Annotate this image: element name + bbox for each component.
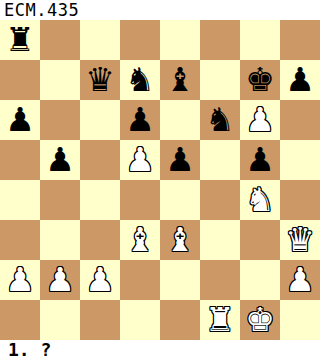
square-e6[interactable] <box>160 100 200 140</box>
move-prompt: 1. ? <box>0 340 320 360</box>
square-f8[interactable] <box>200 20 240 60</box>
square-a4[interactable] <box>0 180 40 220</box>
square-d7[interactable]: ♞ <box>120 60 160 100</box>
square-c3[interactable] <box>80 220 120 260</box>
puzzle-title: ECM.435 <box>0 0 320 20</box>
square-c8[interactable] <box>80 20 120 60</box>
square-h8[interactable] <box>280 20 320 60</box>
black-pawn-h7[interactable]: ♟ <box>285 60 315 100</box>
square-a7[interactable] <box>0 60 40 100</box>
square-f4[interactable] <box>200 180 240 220</box>
white-bishop-d3[interactable]: ♝ <box>125 220 155 260</box>
square-a6[interactable]: ♟ <box>0 100 40 140</box>
square-h2[interactable]: ♟ <box>280 260 320 300</box>
square-a8[interactable]: ♜ <box>0 20 40 60</box>
square-f5[interactable] <box>200 140 240 180</box>
white-pawn-a2[interactable]: ♟ <box>5 260 35 300</box>
square-g3[interactable] <box>240 220 280 260</box>
black-king-g7[interactable]: ♚ <box>245 60 275 100</box>
square-b8[interactable] <box>40 20 80 60</box>
white-pawn-h2[interactable]: ♟ <box>285 260 315 300</box>
square-a3[interactable] <box>0 220 40 260</box>
square-b6[interactable] <box>40 100 80 140</box>
white-pawn-c2[interactable]: ♟ <box>85 260 115 300</box>
square-g4[interactable]: ♞ <box>240 180 280 220</box>
black-pawn-b5[interactable]: ♟ <box>45 140 75 180</box>
white-bishop-e3[interactable]: ♝ <box>165 220 195 260</box>
square-b5[interactable]: ♟ <box>40 140 80 180</box>
square-d5[interactable]: ♟ <box>120 140 160 180</box>
square-c1[interactable] <box>80 300 120 340</box>
square-h3[interactable]: ♛ <box>280 220 320 260</box>
chess-board: ♜♛♞♝♚♟♟♟♞♟♟♟♟♟♞♝♝♛♟♟♟♟♜♚ <box>0 20 320 340</box>
black-knight-d7[interactable]: ♞ <box>125 60 155 100</box>
white-pawn-d5[interactable]: ♟ <box>125 140 155 180</box>
square-d1[interactable] <box>120 300 160 340</box>
square-d3[interactable]: ♝ <box>120 220 160 260</box>
square-g8[interactable] <box>240 20 280 60</box>
square-g2[interactable] <box>240 260 280 300</box>
square-c2[interactable]: ♟ <box>80 260 120 300</box>
square-b1[interactable] <box>40 300 80 340</box>
square-d4[interactable] <box>120 180 160 220</box>
black-queen-c7[interactable]: ♛ <box>85 60 115 100</box>
square-h6[interactable] <box>280 100 320 140</box>
square-b2[interactable]: ♟ <box>40 260 80 300</box>
black-pawn-g5[interactable]: ♟ <box>245 140 275 180</box>
black-pawn-e5[interactable]: ♟ <box>165 140 195 180</box>
square-e1[interactable] <box>160 300 200 340</box>
white-queen-h3[interactable]: ♛ <box>285 220 315 260</box>
square-b3[interactable] <box>40 220 80 260</box>
square-c7[interactable]: ♛ <box>80 60 120 100</box>
square-h7[interactable]: ♟ <box>280 60 320 100</box>
square-h5[interactable] <box>280 140 320 180</box>
square-f7[interactable] <box>200 60 240 100</box>
square-b7[interactable] <box>40 60 80 100</box>
black-rook-a8[interactable]: ♜ <box>5 20 35 60</box>
black-pawn-d6[interactable]: ♟ <box>125 100 155 140</box>
square-f3[interactable] <box>200 220 240 260</box>
square-f6[interactable]: ♞ <box>200 100 240 140</box>
square-a5[interactable] <box>0 140 40 180</box>
square-e5[interactable]: ♟ <box>160 140 200 180</box>
square-f2[interactable] <box>200 260 240 300</box>
square-g5[interactable]: ♟ <box>240 140 280 180</box>
square-e2[interactable] <box>160 260 200 300</box>
square-f1[interactable]: ♜ <box>200 300 240 340</box>
black-bishop-e7[interactable]: ♝ <box>165 60 195 100</box>
square-a2[interactable]: ♟ <box>0 260 40 300</box>
square-e3[interactable]: ♝ <box>160 220 200 260</box>
white-knight-g4[interactable]: ♞ <box>245 180 275 220</box>
square-g7[interactable]: ♚ <box>240 60 280 100</box>
square-c5[interactable] <box>80 140 120 180</box>
square-a1[interactable] <box>0 300 40 340</box>
square-d8[interactable] <box>120 20 160 60</box>
square-c6[interactable] <box>80 100 120 140</box>
chess-puzzle-window: ECM.435 ♜♛♞♝♚♟♟♟♞♟♟♟♟♟♞♝♝♛♟♟♟♟♜♚ 1. ? <box>0 0 320 360</box>
square-g6[interactable]: ♟ <box>240 100 280 140</box>
square-d6[interactable]: ♟ <box>120 100 160 140</box>
square-e7[interactable]: ♝ <box>160 60 200 100</box>
square-b4[interactable] <box>40 180 80 220</box>
white-pawn-g6[interactable]: ♟ <box>245 100 275 140</box>
black-pawn-a6[interactable]: ♟ <box>5 100 35 140</box>
square-h4[interactable] <box>280 180 320 220</box>
white-rook-f1[interactable]: ♜ <box>205 300 235 340</box>
white-king-g1[interactable]: ♚ <box>245 300 275 340</box>
square-e4[interactable] <box>160 180 200 220</box>
square-e8[interactable] <box>160 20 200 60</box>
black-knight-f6[interactable]: ♞ <box>205 100 235 140</box>
square-c4[interactable] <box>80 180 120 220</box>
square-g1[interactable]: ♚ <box>240 300 280 340</box>
white-pawn-b2[interactable]: ♟ <box>45 260 75 300</box>
square-h1[interactable] <box>280 300 320 340</box>
square-d2[interactable] <box>120 260 160 300</box>
